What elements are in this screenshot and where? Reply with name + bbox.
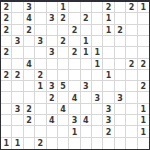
clue-number: 1: [72, 128, 78, 136]
clue-number: 3: [106, 117, 112, 125]
clue-number: 3: [49, 15, 55, 23]
clue-number: 2: [26, 117, 32, 125]
cell-r10c9: 3: [103, 115, 114, 126]
cell-r12c11[interactable]: [126, 138, 137, 149]
clue-number: 2: [141, 83, 147, 91]
cell-r11c3[interactable]: [35, 126, 46, 137]
cell-r12c10[interactable]: [115, 138, 126, 149]
clue-number: 2: [49, 94, 55, 102]
clue-number: 3: [15, 38, 21, 46]
clue-number: 1: [94, 49, 100, 57]
cell-r11c7[interactable]: [81, 126, 92, 137]
cell-r1c2: 4: [24, 13, 35, 24]
clue-number: 1: [94, 60, 100, 68]
cell-r12c8[interactable]: [92, 138, 103, 149]
cell-r9c1: 3: [12, 104, 23, 115]
cell-r10c3[interactable]: [35, 115, 46, 126]
cell-r0c2: 3: [24, 2, 35, 13]
cell-r4c4: 3: [47, 47, 58, 58]
cell-r8c11[interactable]: [126, 92, 137, 103]
clue-number: 2: [129, 4, 135, 12]
cell-r2c11[interactable]: [126, 25, 137, 36]
cell-r0c1[interactable]: [12, 2, 23, 13]
cell-r11c11[interactable]: [126, 126, 137, 137]
clue-number: 3: [72, 117, 78, 125]
cell-r6c0: 2: [1, 70, 12, 81]
cell-r10c7: 4: [81, 115, 92, 126]
cell-r1c5: 2: [58, 13, 69, 24]
cell-r2c1[interactable]: [12, 25, 23, 36]
cell-r5c9[interactable]: [103, 59, 114, 70]
cell-r11c12: 1: [138, 126, 149, 137]
cell-r0c4[interactable]: [47, 2, 58, 13]
cell-r6c7[interactable]: [81, 70, 92, 81]
clue-number: 3: [49, 83, 55, 91]
cell-r9c10[interactable]: [115, 104, 126, 115]
cell-r1c8[interactable]: [92, 13, 103, 24]
cell-r7c9[interactable]: [103, 81, 114, 92]
cell-r5c0[interactable]: [1, 59, 12, 70]
cell-r7c2[interactable]: [24, 81, 35, 92]
cell-r6c9: 1: [103, 70, 114, 81]
cell-r2c2: 2: [24, 25, 35, 36]
cell-r4c9[interactable]: [103, 47, 114, 58]
cell-r2c9: 1: [103, 25, 114, 36]
cell-r9c2: 2: [24, 104, 35, 115]
cell-r9c4[interactable]: [47, 104, 58, 115]
cell-r4c12[interactable]: [138, 47, 149, 58]
cell-r6c2[interactable]: [24, 70, 35, 81]
cell-r7c6[interactable]: [69, 81, 80, 92]
cell-r0c9: 2: [103, 2, 114, 13]
clue-number: 2: [60, 15, 66, 23]
cell-r4c0: 2: [1, 47, 12, 58]
cell-r6c11[interactable]: [126, 70, 137, 81]
cell-r6c4[interactable]: [47, 70, 58, 81]
cell-r4c5[interactable]: [58, 47, 69, 58]
clue-number: 1: [38, 83, 44, 91]
clue-number: 3: [94, 94, 100, 102]
cell-r1c9: 1: [103, 13, 114, 24]
cell-r8c6: 4: [69, 92, 80, 103]
cell-r3c11[interactable]: [126, 36, 137, 47]
cell-r1c0: 2: [1, 13, 12, 24]
cell-r6c5[interactable]: [58, 70, 69, 81]
cell-r7c0[interactable]: [1, 81, 12, 92]
cell-r2c10: 2: [115, 25, 126, 36]
cell-r9c6[interactable]: [69, 104, 80, 115]
clue-number: 3: [106, 105, 112, 113]
cell-r3c12[interactable]: [138, 36, 149, 47]
clue-number: 3: [38, 38, 44, 46]
cell-r2c0: 2: [1, 25, 12, 36]
clue-number: 1: [141, 128, 147, 136]
cell-r5c12: 2: [138, 59, 149, 70]
cell-r5c11: 2: [126, 59, 137, 70]
cell-r8c5[interactable]: [58, 92, 69, 103]
cell-r0c11: 2: [126, 2, 137, 13]
cell-r2c4[interactable]: [47, 25, 58, 36]
clue-number: 1: [141, 117, 147, 125]
cell-r10c4: 4: [47, 115, 58, 126]
clue-number: 2: [38, 71, 44, 79]
cell-r0c12: 1: [138, 2, 149, 13]
cell-r11c2[interactable]: [24, 126, 35, 137]
cell-r4c3[interactable]: [35, 47, 46, 58]
puzzle-grid: 2312212432212221233212321141222221135322…: [0, 0, 150, 150]
cell-r5c5[interactable]: [58, 59, 69, 70]
cell-r11c0[interactable]: [1, 126, 12, 137]
cell-r2c5[interactable]: [58, 25, 69, 36]
clue-number: 1: [83, 38, 89, 46]
cell-r10c5[interactable]: [58, 115, 69, 126]
clue-number: 1: [106, 26, 112, 34]
cell-r1c7: 2: [81, 13, 92, 24]
clue-number: 2: [26, 105, 32, 113]
cell-r6c3: 2: [35, 70, 46, 81]
cell-r2c12[interactable]: [138, 25, 149, 36]
cell-r1c10[interactable]: [115, 13, 126, 24]
cell-r9c3[interactable]: [35, 104, 46, 115]
cell-r8c4: 2: [47, 92, 58, 103]
cell-r5c8: 1: [92, 59, 103, 70]
cell-r2c8[interactable]: [92, 25, 103, 36]
cell-r8c3[interactable]: [35, 92, 46, 103]
cell-r1c4: 3: [47, 13, 58, 24]
cell-r11c9: 2: [103, 126, 114, 137]
cell-r9c7[interactable]: [81, 104, 92, 115]
clue-number: 2: [3, 15, 9, 23]
clue-number: 4: [49, 117, 55, 125]
cell-r6c8[interactable]: [92, 70, 103, 81]
cell-r2c6: 2: [69, 25, 80, 36]
cell-r1c3[interactable]: [35, 13, 46, 24]
clue-number: 2: [3, 26, 9, 34]
cell-r5c2: 4: [24, 59, 35, 70]
clue-number: 2: [26, 26, 32, 34]
cell-r12c2[interactable]: [24, 138, 35, 149]
clue-number: 1: [141, 105, 147, 113]
cell-r9c9: 3: [103, 104, 114, 115]
clue-number: 1: [141, 4, 147, 12]
cell-r10c2: 2: [24, 115, 35, 126]
cell-r7c4: 3: [47, 81, 58, 92]
cell-r3c10[interactable]: [115, 36, 126, 47]
cell-r4c11[interactable]: [126, 47, 137, 58]
clue-number: 4: [26, 60, 32, 68]
cell-r9c11[interactable]: [126, 104, 137, 115]
cell-r11c1[interactable]: [12, 126, 23, 137]
cell-r7c1[interactable]: [12, 81, 23, 92]
clue-number: 3: [15, 105, 21, 113]
cell-r6c10[interactable]: [115, 70, 126, 81]
cell-r11c4[interactable]: [47, 126, 58, 137]
cell-r8c8: 3: [92, 92, 103, 103]
cell-r1c11[interactable]: [126, 13, 137, 24]
cell-r4c10[interactable]: [115, 47, 126, 58]
cell-r8c12[interactable]: [138, 92, 149, 103]
cell-r0c8[interactable]: [92, 2, 103, 13]
clue-number: 1: [106, 15, 112, 23]
cell-r9c0[interactable]: [1, 104, 12, 115]
cell-r3c5: 2: [58, 36, 69, 47]
cell-r7c5: 5: [58, 81, 69, 92]
clue-number: 1: [15, 140, 21, 148]
clue-number: 1: [83, 49, 89, 57]
cell-r3c4[interactable]: [47, 36, 58, 47]
clue-number: 3: [49, 49, 55, 57]
cell-r4c7: 1: [81, 47, 92, 58]
clue-number: 2: [83, 15, 89, 23]
cell-r7c10[interactable]: [115, 81, 126, 92]
clue-number: 2: [3, 49, 9, 57]
cell-r3c7: 1: [81, 36, 92, 47]
clue-number: 1: [60, 4, 66, 12]
cell-r12c1: 1: [12, 138, 23, 149]
cell-r0c6[interactable]: [69, 2, 80, 13]
cell-r5c4[interactable]: [47, 59, 58, 70]
cell-r5c6[interactable]: [69, 59, 80, 70]
cell-r5c7[interactable]: [81, 59, 92, 70]
clue-number: 4: [26, 15, 32, 23]
cell-r0c3[interactable]: [35, 2, 46, 13]
clue-number: 2: [141, 60, 147, 68]
clue-number: 1: [106, 71, 112, 79]
cell-r3c1: 3: [12, 36, 23, 47]
puzzle-stage: 2312212432212221233212321141222221135322…: [0, 0, 150, 150]
cell-r7c8[interactable]: [92, 81, 103, 92]
cell-r12c7[interactable]: [81, 138, 92, 149]
cell-r12c6[interactable]: [69, 138, 80, 149]
cell-r4c6: 2: [69, 47, 80, 58]
cell-r0c7[interactable]: [81, 2, 92, 13]
cell-r8c7[interactable]: [81, 92, 92, 103]
cell-r8c1[interactable]: [12, 92, 23, 103]
cell-r5c1[interactable]: [12, 59, 23, 70]
cell-r3c6[interactable]: [69, 36, 80, 47]
cell-r10c6: 3: [69, 115, 80, 126]
cell-r8c10: 3: [115, 92, 126, 103]
cell-r0c0: 2: [1, 2, 12, 13]
cell-r9c5: 4: [58, 104, 69, 115]
cell-r3c9[interactable]: [103, 36, 114, 47]
clue-number: 2: [38, 140, 44, 148]
clue-number: 2: [106, 4, 112, 12]
cell-r3c3: 3: [35, 36, 46, 47]
cell-r10c0[interactable]: [1, 115, 12, 126]
cell-r11c6: 1: [69, 126, 80, 137]
cell-r8c2[interactable]: [24, 92, 35, 103]
cell-r6c1: 2: [12, 70, 23, 81]
clue-number: 3: [83, 83, 89, 91]
clue-number: 4: [60, 105, 66, 113]
cell-r12c3: 2: [35, 138, 46, 149]
cell-r11c8[interactable]: [92, 126, 103, 137]
clue-number: 4: [72, 94, 78, 102]
cell-r0c5: 1: [58, 2, 69, 13]
cell-r10c11[interactable]: [126, 115, 137, 126]
cell-r7c11[interactable]: [126, 81, 137, 92]
clue-number: 3: [117, 94, 123, 102]
cell-r3c2[interactable]: [24, 36, 35, 47]
cell-r6c6[interactable]: [69, 70, 80, 81]
cell-r8c9[interactable]: [103, 92, 114, 103]
clue-number: 1: [3, 140, 9, 148]
cell-r1c6[interactable]: [69, 13, 80, 24]
cell-r1c1[interactable]: [12, 13, 23, 24]
cell-r12c12[interactable]: [138, 138, 149, 149]
cell-r2c3[interactable]: [35, 25, 46, 36]
cell-r10c8[interactable]: [92, 115, 103, 126]
cell-r11c10[interactable]: [115, 126, 126, 137]
cell-r6c12[interactable]: [138, 70, 149, 81]
cell-r11c5[interactable]: [58, 126, 69, 137]
clue-number: 2: [3, 71, 9, 79]
cell-r4c8: 1: [92, 47, 103, 58]
clue-number: 4: [83, 117, 89, 125]
cell-r4c2[interactable]: [24, 47, 35, 58]
cell-r10c12: 1: [138, 115, 149, 126]
cell-r12c5[interactable]: [58, 138, 69, 149]
cell-r2c7[interactable]: [81, 25, 92, 36]
cell-r4c1[interactable]: [12, 47, 23, 58]
clue-number: 2: [72, 49, 78, 57]
cell-r8c0[interactable]: [1, 92, 12, 103]
clue-number: 2: [15, 71, 21, 79]
cell-r7c7: 3: [81, 81, 92, 92]
cell-r12c9[interactable]: [103, 138, 114, 149]
clue-number: 2: [117, 26, 123, 34]
cell-r3c8[interactable]: [92, 36, 103, 47]
cell-r10c10[interactable]: [115, 115, 126, 126]
clue-number: 5: [60, 83, 66, 91]
clue-number: 2: [106, 128, 112, 136]
cell-r0c10[interactable]: [115, 2, 126, 13]
cell-r12c4[interactable]: [47, 138, 58, 149]
cell-r9c8[interactable]: [92, 104, 103, 115]
clue-number: 2: [3, 4, 9, 12]
cell-r5c10[interactable]: [115, 59, 126, 70]
clue-number: 2: [72, 26, 78, 34]
clue-number: 2: [60, 38, 66, 46]
cell-r7c12: 2: [138, 81, 149, 92]
clue-number: 3: [26, 4, 32, 12]
cell-r3c0[interactable]: [1, 36, 12, 47]
clue-number: 2: [129, 60, 135, 68]
cell-r1c12[interactable]: [138, 13, 149, 24]
cell-r12c0: 1: [1, 138, 12, 149]
cell-r10c1[interactable]: [12, 115, 23, 126]
cell-r9c12: 1: [138, 104, 149, 115]
cell-r5c3[interactable]: [35, 59, 46, 70]
cell-r7c3: 1: [35, 81, 46, 92]
